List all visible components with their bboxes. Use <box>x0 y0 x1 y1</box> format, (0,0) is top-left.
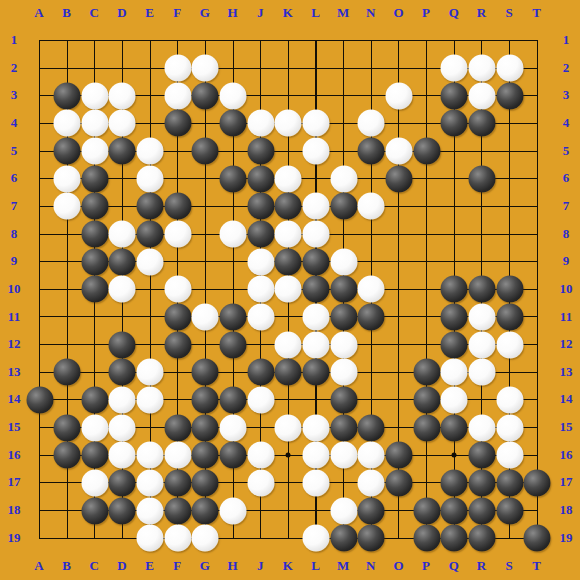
black-stone-D9[interactable] <box>109 248 136 275</box>
white-stone-L16[interactable] <box>303 442 330 469</box>
white-stone-C17[interactable] <box>81 469 108 496</box>
white-stone-N7[interactable] <box>358 193 385 220</box>
coord-right-2: 2 <box>555 60 577 76</box>
coord-bottom-R: R <box>470 558 492 574</box>
coord-bottom-T: T <box>526 558 548 574</box>
white-stone-L8[interactable] <box>303 221 330 248</box>
black-stone-N11[interactable] <box>358 304 385 331</box>
coord-bottom-P: P <box>415 558 437 574</box>
coord-left-4: 4 <box>3 115 25 131</box>
black-stone-R10[interactable] <box>468 276 495 303</box>
white-stone-L11[interactable] <box>303 304 330 331</box>
coord-top-A: A <box>28 5 50 21</box>
white-stone-M6[interactable] <box>330 165 357 192</box>
coord-top-F: F <box>166 5 188 21</box>
black-stone-E7[interactable] <box>137 193 164 220</box>
black-stone-B15[interactable] <box>54 414 81 441</box>
coord-right-16: 16 <box>555 447 577 463</box>
black-stone-F12[interactable] <box>164 331 191 358</box>
coord-left-14: 14 <box>3 391 25 407</box>
coord-right-5: 5 <box>555 143 577 159</box>
white-stone-M12[interactable] <box>330 331 357 358</box>
coord-right-18: 18 <box>555 502 577 518</box>
black-stone-P5[interactable] <box>413 138 440 165</box>
black-stone-J6[interactable] <box>247 165 274 192</box>
coord-left-17: 17 <box>3 474 25 490</box>
white-stone-C15[interactable] <box>81 414 108 441</box>
coord-right-17: 17 <box>555 474 577 490</box>
coord-left-9: 9 <box>3 253 25 269</box>
black-stone-O6[interactable] <box>385 165 412 192</box>
coord-bottom-C: C <box>83 558 105 574</box>
coord-top-R: R <box>470 5 492 21</box>
black-stone-N18[interactable] <box>358 497 385 524</box>
coord-bottom-N: N <box>360 558 382 574</box>
white-stone-L4[interactable] <box>303 110 330 137</box>
white-stone-F2[interactable] <box>164 55 191 82</box>
black-stone-Q12[interactable] <box>441 331 468 358</box>
black-stone-L13[interactable] <box>303 359 330 386</box>
coord-left-8: 8 <box>3 226 25 242</box>
black-stone-M15[interactable] <box>330 414 357 441</box>
star-point-Q16 <box>452 453 457 458</box>
white-stone-M13[interactable] <box>330 359 357 386</box>
black-stone-J7[interactable] <box>247 193 274 220</box>
white-stone-R3[interactable] <box>468 82 495 109</box>
go-board[interactable]: AABBCCDDEEFFGGHHJJKKLLMMNNOOPPQQRRSSTT11… <box>0 0 580 580</box>
white-stone-R11[interactable] <box>468 304 495 331</box>
coord-bottom-Q: Q <box>443 558 465 574</box>
white-stone-S14[interactable] <box>496 386 523 413</box>
black-stone-N19[interactable] <box>358 525 385 552</box>
white-stone-C4[interactable] <box>81 110 108 137</box>
black-stone-K9[interactable] <box>275 248 302 275</box>
black-stone-M19[interactable] <box>330 525 357 552</box>
coord-top-D: D <box>111 5 133 21</box>
black-stone-B16[interactable] <box>54 442 81 469</box>
black-stone-C18[interactable] <box>81 497 108 524</box>
white-stone-E19[interactable] <box>137 525 164 552</box>
coord-bottom-K: K <box>277 558 299 574</box>
white-stone-F16[interactable] <box>164 442 191 469</box>
white-stone-J11[interactable] <box>247 304 274 331</box>
black-stone-Q11[interactable] <box>441 304 468 331</box>
coord-top-C: C <box>83 5 105 21</box>
coord-left-13: 13 <box>3 364 25 380</box>
coord-bottom-O: O <box>387 558 409 574</box>
coord-bottom-M: M <box>332 558 354 574</box>
coord-right-12: 12 <box>555 336 577 352</box>
coord-top-E: E <box>139 5 161 21</box>
white-stone-D16[interactable] <box>109 442 136 469</box>
white-stone-J9[interactable] <box>247 248 274 275</box>
white-stone-H15[interactable] <box>220 414 247 441</box>
white-stone-R15[interactable] <box>468 414 495 441</box>
black-stone-R4[interactable] <box>468 110 495 137</box>
black-stone-Q18[interactable] <box>441 497 468 524</box>
black-stone-F17[interactable] <box>164 469 191 496</box>
white-stone-J10[interactable] <box>247 276 274 303</box>
coord-bottom-L: L <box>305 558 327 574</box>
coord-top-N: N <box>360 5 382 21</box>
black-stone-J8[interactable] <box>247 221 274 248</box>
black-stone-G13[interactable] <box>192 359 219 386</box>
coord-top-Q: Q <box>443 5 465 21</box>
coord-left-16: 16 <box>3 447 25 463</box>
star-point-K16 <box>286 453 291 458</box>
white-stone-B4[interactable] <box>54 110 81 137</box>
black-stone-T19[interactable] <box>524 525 551 552</box>
coord-right-15: 15 <box>555 419 577 435</box>
coord-top-H: H <box>222 5 244 21</box>
black-stone-H6[interactable] <box>220 165 247 192</box>
white-stone-E9[interactable] <box>137 248 164 275</box>
black-stone-G17[interactable] <box>192 469 219 496</box>
black-stone-A14[interactable] <box>26 386 53 413</box>
black-stone-K13[interactable] <box>275 359 302 386</box>
black-stone-H12[interactable] <box>220 331 247 358</box>
white-stone-G19[interactable] <box>192 525 219 552</box>
black-stone-K7[interactable] <box>275 193 302 220</box>
coord-right-11: 11 <box>555 309 577 325</box>
white-stone-L15[interactable] <box>303 414 330 441</box>
white-stone-D10[interactable] <box>109 276 136 303</box>
black-stone-Q17[interactable] <box>441 469 468 496</box>
coord-right-3: 3 <box>555 87 577 103</box>
black-stone-C14[interactable] <box>81 386 108 413</box>
coord-top-L: L <box>305 5 327 21</box>
black-stone-C10[interactable] <box>81 276 108 303</box>
black-stone-P14[interactable] <box>413 386 440 413</box>
black-stone-P19[interactable] <box>413 525 440 552</box>
white-stone-O3[interactable] <box>385 82 412 109</box>
white-stone-O5[interactable] <box>385 138 412 165</box>
white-stone-D8[interactable] <box>109 221 136 248</box>
white-stone-J17[interactable] <box>247 469 274 496</box>
white-stone-N17[interactable] <box>358 469 385 496</box>
white-stone-E16[interactable] <box>137 442 164 469</box>
coord-top-M: M <box>332 5 354 21</box>
coord-right-13: 13 <box>555 364 577 380</box>
white-stone-H3[interactable] <box>220 82 247 109</box>
coord-right-19: 19 <box>555 530 577 546</box>
coord-bottom-J: J <box>249 558 271 574</box>
black-stone-Q3[interactable] <box>441 82 468 109</box>
black-stone-J5[interactable] <box>247 138 274 165</box>
coord-top-G: G <box>194 5 216 21</box>
black-stone-O17[interactable] <box>385 469 412 496</box>
black-stone-B13[interactable] <box>54 359 81 386</box>
coord-top-K: K <box>277 5 299 21</box>
white-stone-E5[interactable] <box>137 138 164 165</box>
black-stone-S11[interactable] <box>496 304 523 331</box>
white-stone-G11[interactable] <box>192 304 219 331</box>
white-stone-G2[interactable] <box>192 55 219 82</box>
black-stone-P18[interactable] <box>413 497 440 524</box>
black-stone-R18[interactable] <box>468 497 495 524</box>
black-stone-H16[interactable] <box>220 442 247 469</box>
white-stone-C3[interactable] <box>81 82 108 109</box>
white-stone-H18[interactable] <box>220 497 247 524</box>
coord-right-7: 7 <box>555 198 577 214</box>
black-stone-B5[interactable] <box>54 138 81 165</box>
white-stone-J16[interactable] <box>247 442 274 469</box>
black-stone-G18[interactable] <box>192 497 219 524</box>
white-stone-F8[interactable] <box>164 221 191 248</box>
black-stone-E8[interactable] <box>137 221 164 248</box>
black-stone-Q15[interactable] <box>441 414 468 441</box>
white-stone-K10[interactable] <box>275 276 302 303</box>
black-stone-M7[interactable] <box>330 193 357 220</box>
black-stone-H4[interactable] <box>220 110 247 137</box>
white-stone-N10[interactable] <box>358 276 385 303</box>
coord-top-J: J <box>249 5 271 21</box>
white-stone-K12[interactable] <box>275 331 302 358</box>
coord-bottom-F: F <box>166 558 188 574</box>
black-stone-D5[interactable] <box>109 138 136 165</box>
black-stone-G16[interactable] <box>192 442 219 469</box>
white-stone-L7[interactable] <box>303 193 330 220</box>
black-stone-L9[interactable] <box>303 248 330 275</box>
coord-left-1: 1 <box>3 32 25 48</box>
coord-bottom-G: G <box>194 558 216 574</box>
coord-bottom-A: A <box>28 558 50 574</box>
white-stone-C5[interactable] <box>81 138 108 165</box>
white-stone-B6[interactable] <box>54 165 81 192</box>
coord-left-7: 7 <box>3 198 25 214</box>
black-stone-D17[interactable] <box>109 469 136 496</box>
black-stone-P15[interactable] <box>413 414 440 441</box>
white-stone-Q2[interactable] <box>441 55 468 82</box>
black-stone-N15[interactable] <box>358 414 385 441</box>
coord-top-P: P <box>415 5 437 21</box>
white-stone-D15[interactable] <box>109 414 136 441</box>
white-stone-K15[interactable] <box>275 414 302 441</box>
white-stone-M16[interactable] <box>330 442 357 469</box>
black-stone-R6[interactable] <box>468 165 495 192</box>
coord-bottom-H: H <box>222 558 244 574</box>
black-stone-G5[interactable] <box>192 138 219 165</box>
white-stone-J14[interactable] <box>247 386 274 413</box>
white-stone-S16[interactable] <box>496 442 523 469</box>
white-stone-S12[interactable] <box>496 331 523 358</box>
coord-left-18: 18 <box>3 502 25 518</box>
black-stone-J13[interactable] <box>247 359 274 386</box>
black-stone-C9[interactable] <box>81 248 108 275</box>
black-stone-R17[interactable] <box>468 469 495 496</box>
black-stone-F11[interactable] <box>164 304 191 331</box>
white-stone-F10[interactable] <box>164 276 191 303</box>
white-stone-E17[interactable] <box>137 469 164 496</box>
black-stone-Q19[interactable] <box>441 525 468 552</box>
white-stone-D14[interactable] <box>109 386 136 413</box>
coord-right-6: 6 <box>555 170 577 186</box>
black-stone-S10[interactable] <box>496 276 523 303</box>
black-stone-D18[interactable] <box>109 497 136 524</box>
black-stone-O16[interactable] <box>385 442 412 469</box>
coord-right-14: 14 <box>555 391 577 407</box>
white-stone-K8[interactable] <box>275 221 302 248</box>
white-stone-Q14[interactable] <box>441 386 468 413</box>
black-stone-C16[interactable] <box>81 442 108 469</box>
black-stone-D12[interactable] <box>109 331 136 358</box>
black-stone-F15[interactable] <box>164 414 191 441</box>
coord-bottom-B: B <box>56 558 78 574</box>
black-stone-R16[interactable] <box>468 442 495 469</box>
white-stone-F19[interactable] <box>164 525 191 552</box>
black-stone-Q10[interactable] <box>441 276 468 303</box>
white-stone-L17[interactable] <box>303 469 330 496</box>
coord-left-10: 10 <box>3 281 25 297</box>
white-stone-S15[interactable] <box>496 414 523 441</box>
white-stone-N16[interactable] <box>358 442 385 469</box>
black-stone-G15[interactable] <box>192 414 219 441</box>
white-stone-Q13[interactable] <box>441 359 468 386</box>
white-stone-L12[interactable] <box>303 331 330 358</box>
coord-left-6: 6 <box>3 170 25 186</box>
white-stone-J4[interactable] <box>247 110 274 137</box>
black-stone-S3[interactable] <box>496 82 523 109</box>
white-stone-E18[interactable] <box>137 497 164 524</box>
white-stone-F3[interactable] <box>164 82 191 109</box>
black-stone-G14[interactable] <box>192 386 219 413</box>
white-stone-M18[interactable] <box>330 497 357 524</box>
black-stone-M10[interactable] <box>330 276 357 303</box>
white-stone-D4[interactable] <box>109 110 136 137</box>
black-stone-P13[interactable] <box>413 359 440 386</box>
white-stone-K4[interactable] <box>275 110 302 137</box>
coord-left-11: 11 <box>3 309 25 325</box>
white-stone-E6[interactable] <box>137 165 164 192</box>
coord-bottom-D: D <box>111 558 133 574</box>
black-stone-C6[interactable] <box>81 165 108 192</box>
white-stone-S2[interactable] <box>496 55 523 82</box>
white-stone-R12[interactable] <box>468 331 495 358</box>
black-stone-R19[interactable] <box>468 525 495 552</box>
white-stone-L19[interactable] <box>303 525 330 552</box>
white-stone-K6[interactable] <box>275 165 302 192</box>
coord-left-2: 2 <box>3 60 25 76</box>
black-stone-F4[interactable] <box>164 110 191 137</box>
black-stone-M14[interactable] <box>330 386 357 413</box>
coord-right-8: 8 <box>555 226 577 242</box>
coord-right-4: 4 <box>555 115 577 131</box>
white-stone-L5[interactable] <box>303 138 330 165</box>
black-stone-F7[interactable] <box>164 193 191 220</box>
white-stone-R2[interactable] <box>468 55 495 82</box>
coord-top-O: O <box>387 5 409 21</box>
coord-left-5: 5 <box>3 143 25 159</box>
black-stone-L10[interactable] <box>303 276 330 303</box>
black-stone-H14[interactable] <box>220 386 247 413</box>
coord-bottom-E: E <box>139 558 161 574</box>
black-stone-C7[interactable] <box>81 193 108 220</box>
white-stone-D3[interactable] <box>109 82 136 109</box>
coord-left-15: 15 <box>3 419 25 435</box>
black-stone-H11[interactable] <box>220 304 247 331</box>
white-stone-E13[interactable] <box>137 359 164 386</box>
black-stone-M11[interactable] <box>330 304 357 331</box>
black-stone-B3[interactable] <box>54 82 81 109</box>
black-stone-N5[interactable] <box>358 138 385 165</box>
coord-top-S: S <box>498 5 520 21</box>
coord-left-19: 19 <box>3 530 25 546</box>
white-stone-E14[interactable] <box>137 386 164 413</box>
white-stone-N4[interactable] <box>358 110 385 137</box>
coord-left-12: 12 <box>3 336 25 352</box>
black-stone-D13[interactable] <box>109 359 136 386</box>
white-stone-H8[interactable] <box>220 221 247 248</box>
coord-right-1: 1 <box>555 32 577 48</box>
black-stone-G3[interactable] <box>192 82 219 109</box>
coord-left-3: 3 <box>3 87 25 103</box>
black-stone-S17[interactable] <box>496 469 523 496</box>
white-stone-B7[interactable] <box>54 193 81 220</box>
coord-top-B: B <box>56 5 78 21</box>
black-stone-S18[interactable] <box>496 497 523 524</box>
coord-right-10: 10 <box>555 281 577 297</box>
black-stone-F18[interactable] <box>164 497 191 524</box>
black-stone-T17[interactable] <box>524 469 551 496</box>
black-stone-C8[interactable] <box>81 221 108 248</box>
coord-bottom-S: S <box>498 558 520 574</box>
black-stone-Q4[interactable] <box>441 110 468 137</box>
coord-right-9: 9 <box>555 253 577 269</box>
white-stone-R13[interactable] <box>468 359 495 386</box>
white-stone-M9[interactable] <box>330 248 357 275</box>
coord-top-T: T <box>526 5 548 21</box>
